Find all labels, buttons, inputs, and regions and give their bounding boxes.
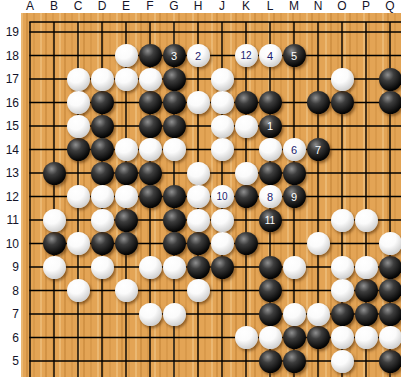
black-stone-D13[interactable] bbox=[91, 162, 114, 185]
white-stone-C16[interactable] bbox=[67, 91, 90, 114]
white-stone-C8[interactable] bbox=[67, 279, 90, 302]
black-stone-P7[interactable] bbox=[355, 303, 378, 326]
black-stone-K16[interactable] bbox=[235, 91, 258, 114]
column-label-N: N bbox=[306, 0, 330, 13]
white-stone-J16[interactable] bbox=[211, 91, 234, 114]
black-stone-L9[interactable] bbox=[259, 256, 282, 279]
black-stone-O7[interactable] bbox=[331, 303, 354, 326]
row-label-7: 7 bbox=[0, 307, 19, 321]
black-stone-Q9[interactable] bbox=[379, 256, 401, 279]
black-stone-N6[interactable] bbox=[307, 326, 330, 349]
white-stone-P9[interactable] bbox=[355, 256, 378, 279]
white-stone-G9[interactable] bbox=[163, 256, 186, 279]
white-stone-G7[interactable] bbox=[163, 303, 186, 326]
move-number-7: 7 bbox=[315, 144, 321, 156]
white-stone-N10[interactable] bbox=[307, 232, 330, 255]
white-stone-B9[interactable] bbox=[43, 256, 66, 279]
black-stone-G17[interactable] bbox=[163, 68, 186, 91]
white-stone-P6[interactable] bbox=[355, 326, 378, 349]
move-number-12: 12 bbox=[240, 50, 251, 61]
black-stone-D14[interactable] bbox=[91, 138, 114, 161]
column-label-F: F bbox=[138, 0, 162, 13]
move-number-9: 9 bbox=[291, 191, 297, 203]
column-label-Q: Q bbox=[378, 0, 401, 13]
black-stone-F18[interactable] bbox=[139, 44, 162, 67]
white-stone-H16[interactable] bbox=[187, 91, 210, 114]
white-stone-L6[interactable] bbox=[259, 326, 282, 349]
white-stone-D17[interactable] bbox=[91, 68, 114, 91]
black-stone-P8[interactable] bbox=[355, 279, 378, 302]
white-stone-Q10[interactable] bbox=[379, 232, 401, 255]
black-stone-O16[interactable] bbox=[331, 91, 354, 114]
black-stone-G12[interactable] bbox=[163, 185, 186, 208]
move-number-10: 10 bbox=[216, 191, 227, 202]
move-number-2: 2 bbox=[195, 50, 201, 62]
row-label-12: 12 bbox=[0, 190, 19, 204]
black-stone-M18[interactable]: 5 bbox=[283, 44, 306, 67]
black-stone-F12[interactable] bbox=[139, 185, 162, 208]
row-label-17: 17 bbox=[0, 72, 19, 86]
go-diagram: 351791121246108 ABCDEFGHJKLMNOPQ19181716… bbox=[0, 0, 401, 377]
row-label-9: 9 bbox=[0, 260, 19, 274]
white-stone-L18[interactable]: 4 bbox=[259, 44, 282, 67]
black-stone-M13[interactable] bbox=[283, 162, 306, 185]
white-stone-B11[interactable] bbox=[43, 209, 66, 232]
black-stone-Q17[interactable] bbox=[379, 68, 401, 91]
black-stone-G18[interactable]: 3 bbox=[163, 44, 186, 67]
white-stone-M9[interactable] bbox=[283, 256, 306, 279]
column-label-A: A bbox=[18, 0, 42, 13]
column-label-J: J bbox=[210, 0, 234, 13]
black-stone-J9[interactable] bbox=[211, 256, 234, 279]
white-stone-D11[interactable] bbox=[91, 209, 114, 232]
white-stone-O8[interactable] bbox=[331, 279, 354, 302]
move-number-8: 8 bbox=[267, 191, 273, 203]
black-stone-M5[interactable] bbox=[283, 350, 306, 373]
column-label-L: L bbox=[258, 0, 282, 13]
row-label-10: 10 bbox=[0, 237, 19, 251]
black-stone-Q8[interactable] bbox=[379, 279, 401, 302]
column-label-K: K bbox=[234, 0, 258, 13]
white-stone-D9[interactable] bbox=[91, 256, 114, 279]
white-stone-E17[interactable] bbox=[115, 68, 138, 91]
black-stone-N14[interactable]: 7 bbox=[307, 138, 330, 161]
column-label-H: H bbox=[186, 0, 210, 13]
black-stone-N16[interactable] bbox=[307, 91, 330, 114]
white-stone-F17[interactable] bbox=[139, 68, 162, 91]
black-stone-K12[interactable] bbox=[235, 185, 258, 208]
move-number-3: 3 bbox=[171, 50, 177, 62]
row-label-6: 6 bbox=[0, 331, 19, 345]
move-number-1: 1 bbox=[267, 120, 273, 132]
white-stone-E14[interactable] bbox=[115, 138, 138, 161]
white-stone-L12[interactable]: 8 bbox=[259, 185, 282, 208]
black-stone-G11[interactable] bbox=[163, 209, 186, 232]
white-stone-O9[interactable] bbox=[331, 256, 354, 279]
black-stone-Q16[interactable] bbox=[379, 91, 401, 114]
black-stone-L5[interactable] bbox=[259, 350, 282, 373]
white-stone-J11[interactable] bbox=[211, 209, 234, 232]
white-stone-G14[interactable] bbox=[163, 138, 186, 161]
black-stone-C14[interactable] bbox=[67, 138, 90, 161]
row-label-13: 13 bbox=[0, 166, 19, 180]
move-number-5: 5 bbox=[291, 50, 297, 62]
black-stone-Q5[interactable] bbox=[379, 350, 401, 373]
white-stone-E18[interactable] bbox=[115, 44, 138, 67]
column-label-G: G bbox=[162, 0, 186, 13]
black-stone-L7[interactable] bbox=[259, 303, 282, 326]
white-stone-L14[interactable] bbox=[259, 138, 282, 161]
move-number-4: 4 bbox=[267, 50, 273, 62]
black-stone-M12[interactable]: 9 bbox=[283, 185, 306, 208]
white-stone-J10[interactable] bbox=[211, 232, 234, 255]
white-stone-M7[interactable] bbox=[283, 303, 306, 326]
black-stone-F16[interactable] bbox=[139, 91, 162, 114]
white-stone-C15[interactable] bbox=[67, 115, 90, 138]
white-stone-J17[interactable] bbox=[211, 68, 234, 91]
white-stone-E8[interactable] bbox=[115, 279, 138, 302]
white-stone-J15[interactable] bbox=[211, 115, 234, 138]
white-stone-F14[interactable] bbox=[139, 138, 162, 161]
row-label-18: 18 bbox=[0, 49, 19, 63]
white-stone-F7[interactable] bbox=[139, 303, 162, 326]
white-stone-C10[interactable] bbox=[67, 232, 90, 255]
white-stone-O11[interactable] bbox=[331, 209, 354, 232]
black-stone-G15[interactable] bbox=[163, 115, 186, 138]
row-label-5: 5 bbox=[0, 354, 19, 368]
column-label-M: M bbox=[282, 0, 306, 13]
row-label-14: 14 bbox=[0, 143, 19, 157]
column-label-O: O bbox=[330, 0, 354, 13]
black-stone-L13[interactable] bbox=[259, 162, 282, 185]
white-stone-C12[interactable] bbox=[67, 185, 90, 208]
white-stone-Q6[interactable] bbox=[379, 326, 401, 349]
black-stone-H10[interactable] bbox=[187, 232, 210, 255]
column-label-D: D bbox=[90, 0, 114, 13]
white-stone-J14[interactable] bbox=[211, 138, 234, 161]
white-stone-H18[interactable]: 2 bbox=[187, 44, 210, 67]
white-stone-H11[interactable] bbox=[187, 209, 210, 232]
white-stone-C17[interactable] bbox=[67, 68, 90, 91]
black-stone-B10[interactable] bbox=[43, 232, 66, 255]
white-stone-M14[interactable]: 6 bbox=[283, 138, 306, 161]
white-stone-D12[interactable] bbox=[91, 185, 114, 208]
white-stone-H13[interactable] bbox=[187, 162, 210, 185]
row-label-19: 19 bbox=[0, 25, 19, 39]
white-stone-P11[interactable] bbox=[355, 209, 378, 232]
row-label-16: 16 bbox=[0, 96, 19, 110]
black-stone-D16[interactable] bbox=[91, 91, 114, 114]
black-stone-M6[interactable] bbox=[283, 326, 306, 349]
black-stone-B13[interactable] bbox=[43, 162, 66, 185]
column-label-E: E bbox=[114, 0, 138, 13]
black-stone-D15[interactable] bbox=[91, 115, 114, 138]
black-stone-E13[interactable] bbox=[115, 162, 138, 185]
white-stone-E12[interactable] bbox=[115, 185, 138, 208]
black-stone-G10[interactable] bbox=[163, 232, 186, 255]
white-stone-H12[interactable] bbox=[187, 185, 210, 208]
black-stone-L15[interactable]: 1 bbox=[259, 115, 282, 138]
white-stone-F9[interactable] bbox=[139, 256, 162, 279]
white-stone-O17[interactable] bbox=[331, 68, 354, 91]
black-stone-D10[interactable] bbox=[91, 232, 114, 255]
black-stone-F13[interactable] bbox=[139, 162, 162, 185]
black-stone-L16[interactable] bbox=[259, 91, 282, 114]
white-stone-H8[interactable] bbox=[187, 279, 210, 302]
black-stone-Q7[interactable] bbox=[379, 303, 401, 326]
column-label-B: B bbox=[42, 0, 66, 13]
move-number-6: 6 bbox=[291, 144, 297, 156]
white-stone-K18[interactable]: 12 bbox=[235, 44, 258, 67]
black-stone-L8[interactable] bbox=[259, 279, 282, 302]
row-label-8: 8 bbox=[0, 284, 19, 298]
white-stone-K6[interactable] bbox=[235, 326, 258, 349]
white-stone-N7[interactable] bbox=[307, 303, 330, 326]
black-stone-E10[interactable] bbox=[115, 232, 138, 255]
column-label-C: C bbox=[66, 0, 90, 13]
black-stone-K10[interactable] bbox=[235, 232, 258, 255]
row-label-15: 15 bbox=[0, 119, 19, 133]
black-stone-F15[interactable] bbox=[139, 115, 162, 138]
black-stone-H9[interactable] bbox=[187, 256, 210, 279]
row-label-11: 11 bbox=[0, 213, 19, 227]
column-label-P: P bbox=[354, 0, 378, 13]
white-stone-K13[interactable] bbox=[235, 162, 258, 185]
white-stone-J12[interactable]: 10 bbox=[211, 185, 234, 208]
black-stone-G16[interactable] bbox=[163, 91, 186, 114]
move-number-11: 11 bbox=[265, 215, 275, 226]
white-stone-K15[interactable] bbox=[235, 115, 258, 138]
black-stone-L11[interactable]: 11 bbox=[259, 209, 282, 232]
white-stone-O6[interactable] bbox=[331, 326, 354, 349]
black-stone-E11[interactable] bbox=[115, 209, 138, 232]
white-stone-O5[interactable] bbox=[331, 350, 354, 373]
